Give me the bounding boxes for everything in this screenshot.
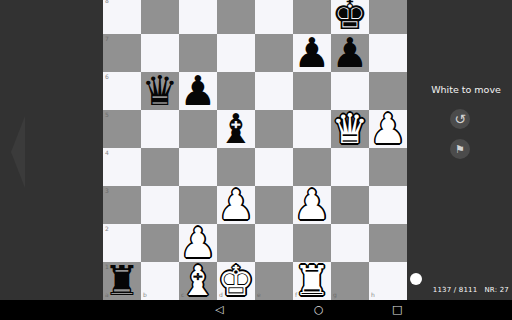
rank-label-5: 5 [105, 112, 109, 118]
black-queen-piece[interactable]: ♛ [142, 72, 179, 110]
square-h4[interactable] [369, 148, 407, 186]
square-b4[interactable] [141, 148, 179, 186]
file-label-b: b [143, 292, 147, 298]
square-b6[interactable]: ♛ [141, 72, 179, 110]
black-bishop-piece[interactable]: ♝ [218, 110, 255, 148]
flag-icon: ⚑ [455, 144, 465, 155]
side-to-move-indicator [410, 273, 422, 285]
square-e6[interactable] [255, 72, 293, 110]
square-h7[interactable] [369, 34, 407, 72]
square-d1[interactable]: d♚ [217, 262, 255, 300]
square-f3[interactable]: ♟ [293, 186, 331, 224]
file-label-h: h [371, 292, 375, 298]
rank-label-1: 1 [105, 264, 109, 270]
square-b1[interactable]: b [141, 262, 179, 300]
square-g1[interactable]: g [331, 262, 369, 300]
square-g5[interactable]: ♛ [331, 110, 369, 148]
square-f5[interactable] [293, 110, 331, 148]
square-e1[interactable]: e [255, 262, 293, 300]
puzzle-progress: 1137 / 8111 [433, 286, 478, 294]
square-c6[interactable]: ♟ [179, 72, 217, 110]
back-icon[interactable]: ◁ [215, 300, 223, 320]
square-d5[interactable]: ♝ [217, 110, 255, 148]
black-pawn-piece[interactable]: ♟ [332, 34, 369, 72]
android-nav-bar: ◁ ○ □ [0, 300, 512, 320]
square-e5[interactable] [255, 110, 293, 148]
square-c5[interactable] [179, 110, 217, 148]
black-pawn-piece[interactable]: ♟ [294, 34, 331, 72]
square-h8[interactable] [369, 0, 407, 34]
square-h2[interactable] [369, 224, 407, 262]
white-pawn-piece[interactable]: ♟ [370, 110, 407, 148]
square-b5[interactable] [141, 110, 179, 148]
file-label-d: d [219, 292, 223, 298]
square-b3[interactable] [141, 186, 179, 224]
recents-icon[interactable]: □ [392, 300, 402, 320]
square-d8[interactable] [217, 0, 255, 34]
app-screen: 8♚7♟♟6♛♟5♝♛♟43♟♟2♟1a♜bc♝d♚ef♜gh White to… [0, 0, 512, 320]
file-label-a: a [105, 292, 109, 298]
rank-label-7: 7 [105, 36, 109, 42]
white-pawn-piece[interactable]: ♟ [294, 186, 331, 224]
square-e3[interactable] [255, 186, 293, 224]
square-h5[interactable]: ♟ [369, 110, 407, 148]
square-h3[interactable] [369, 186, 407, 224]
square-c1[interactable]: c♝ [179, 262, 217, 300]
white-bishop-piece[interactable]: ♝ [180, 262, 217, 300]
square-c8[interactable] [179, 0, 217, 34]
file-label-f: f [295, 292, 297, 298]
square-a3[interactable]: 3 [103, 186, 141, 224]
square-a1[interactable]: 1a♜ [103, 262, 141, 300]
rank-label-2: 2 [105, 226, 109, 232]
square-a5[interactable]: 5 [103, 110, 141, 148]
square-b8[interactable] [141, 0, 179, 34]
square-g3[interactable] [331, 186, 369, 224]
file-label-e: e [257, 292, 261, 298]
black-pawn-piece[interactable]: ♟ [180, 72, 217, 110]
white-pawn-piece[interactable]: ♟ [218, 186, 255, 224]
square-g4[interactable] [331, 148, 369, 186]
file-label-c: c [181, 292, 184, 298]
square-d7[interactable] [217, 34, 255, 72]
white-rook-piece[interactable]: ♜ [294, 262, 331, 300]
square-a6[interactable]: 6 [103, 72, 141, 110]
home-icon[interactable]: ○ [314, 300, 324, 320]
chess-board[interactable]: 8♚7♟♟6♛♟5♝♛♟43♟♟2♟1a♜bc♝d♚ef♜gh [103, 0, 407, 300]
square-f1[interactable]: f♜ [293, 262, 331, 300]
undo-button[interactable]: ↺ [450, 109, 470, 129]
rank-label-8: 8 [105, 0, 109, 4]
square-e7[interactable] [255, 34, 293, 72]
square-a4[interactable]: 4 [103, 148, 141, 186]
square-g7[interactable]: ♟ [331, 34, 369, 72]
puzzle-counter: 1137 / 8111 NR: 27 [433, 286, 509, 294]
flag-button[interactable]: ⚑ [450, 139, 470, 159]
previous-puzzle-chevron-icon[interactable] [11, 116, 25, 188]
black-rook-piece[interactable]: ♜ [104, 262, 141, 300]
square-g2[interactable] [331, 224, 369, 262]
square-h1[interactable]: h [369, 262, 407, 300]
file-label-g: g [333, 292, 337, 298]
square-a8[interactable]: 8 [103, 0, 141, 34]
white-king-piece[interactable]: ♚ [218, 262, 255, 300]
square-c4[interactable] [179, 148, 217, 186]
rank-label-4: 4 [105, 150, 109, 156]
square-f6[interactable] [293, 72, 331, 110]
status-text: White to move [420, 84, 512, 95]
undo-icon: ↺ [454, 112, 466, 126]
white-queen-piece[interactable]: ♛ [332, 110, 369, 148]
square-e8[interactable] [255, 0, 293, 34]
puzzle-nr: NR: 27 [484, 286, 509, 294]
square-a7[interactable]: 7 [103, 34, 141, 72]
square-d3[interactable]: ♟ [217, 186, 255, 224]
square-b2[interactable] [141, 224, 179, 262]
rank-label-3: 3 [105, 188, 109, 194]
square-e2[interactable] [255, 224, 293, 262]
square-e4[interactable] [255, 148, 293, 186]
rank-label-6: 6 [105, 74, 109, 80]
square-f7[interactable]: ♟ [293, 34, 331, 72]
